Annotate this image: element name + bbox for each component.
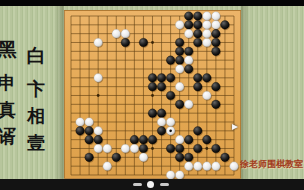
white-stone <box>203 29 212 38</box>
white-stone <box>94 127 103 136</box>
white-stone <box>157 118 166 127</box>
black-stone <box>221 21 230 30</box>
white-stone <box>212 12 221 21</box>
white-stone <box>85 118 94 127</box>
white-stone <box>166 171 175 180</box>
black-stone <box>184 65 193 74</box>
white-stone <box>103 162 112 171</box>
white-stone <box>230 162 239 171</box>
go-board <box>64 10 241 179</box>
playback-knob[interactable] <box>147 181 154 188</box>
black-stone <box>175 56 184 65</box>
black-stone <box>203 135 212 144</box>
black-stone <box>212 82 221 91</box>
black-stone <box>193 29 202 38</box>
black-stone <box>193 74 202 83</box>
white-stone <box>175 82 184 91</box>
black-stone <box>166 91 175 100</box>
white-stone <box>94 38 103 47</box>
white-label: 白 <box>26 44 46 68</box>
white-stone <box>175 135 184 144</box>
black-stone <box>184 12 193 21</box>
black-stone <box>85 135 94 144</box>
board-shadow <box>241 6 250 179</box>
white-stone <box>76 118 85 127</box>
black-stone <box>193 12 202 21</box>
black-stone <box>212 29 221 38</box>
white-stone <box>212 162 221 171</box>
white-stone <box>203 38 212 47</box>
hoshi-point <box>151 41 154 44</box>
black-stone <box>184 153 193 162</box>
black-stone <box>184 135 193 144</box>
hoshi-point <box>97 94 100 97</box>
white-stone <box>121 144 130 153</box>
black-stone <box>175 153 184 162</box>
white-stone <box>166 118 175 127</box>
white-stone <box>203 91 212 100</box>
white-stone <box>94 144 103 153</box>
white-stone <box>203 162 212 171</box>
black-player-name: 申真谞 <box>0 70 17 151</box>
black-stone <box>203 74 212 83</box>
black-stone <box>212 144 221 153</box>
black-stone <box>175 38 184 47</box>
cursor-icon <box>232 124 238 130</box>
black-player-column: 黑 申真谞 <box>0 38 17 151</box>
white-stone <box>184 56 193 65</box>
white-stone <box>193 162 202 171</box>
black-stone <box>157 127 166 136</box>
white-stone <box>175 171 184 180</box>
board-shadow <box>54 6 64 179</box>
black-stone <box>130 135 139 144</box>
black-stone <box>157 82 166 91</box>
watermark-text: 徐老师围棋教室 <box>240 158 303 171</box>
white-stone <box>121 29 130 38</box>
black-stone <box>193 21 202 30</box>
white-stone <box>94 74 103 83</box>
black-stone <box>166 74 175 83</box>
black-stone <box>139 135 148 144</box>
go-board-diagram <box>65 11 242 180</box>
black-stone <box>193 127 202 136</box>
black-stone <box>212 47 221 56</box>
white-stone <box>203 12 212 21</box>
white-stone <box>112 29 121 38</box>
white-player-column: 白 卞相壹 <box>26 44 46 157</box>
black-stone <box>175 144 184 153</box>
black-stone <box>148 74 157 83</box>
black-stone <box>157 109 166 118</box>
last-move-marker <box>169 130 172 133</box>
black-stone <box>139 38 148 47</box>
white-stone <box>103 144 112 153</box>
black-stone <box>175 100 184 109</box>
black-stone <box>175 47 184 56</box>
white-player-name: 卞相壹 <box>26 76 46 157</box>
black-stone <box>166 144 175 153</box>
black-stone <box>139 144 148 153</box>
white-stone <box>184 162 193 171</box>
white-stone <box>175 65 184 74</box>
letterbox-top <box>0 0 304 6</box>
black-stone <box>121 38 130 47</box>
white-stone <box>139 153 148 162</box>
white-stone <box>130 144 139 153</box>
hoshi-point <box>151 147 154 150</box>
black-stone <box>148 82 157 91</box>
white-stone <box>212 21 221 30</box>
black-stone <box>212 38 221 47</box>
black-stone <box>184 47 193 56</box>
black-stone <box>112 153 121 162</box>
black-stone <box>157 74 166 83</box>
black-stone <box>85 127 94 136</box>
white-stone <box>203 21 212 30</box>
hoshi-point <box>151 94 154 97</box>
black-stone <box>221 153 230 162</box>
black-stone <box>148 135 157 144</box>
black-stone <box>193 38 202 47</box>
rewind-control[interactable] <box>133 183 142 186</box>
black-stone <box>212 100 221 109</box>
black-stone <box>85 153 94 162</box>
white-stone <box>175 21 184 30</box>
black-stone <box>193 144 202 153</box>
black-stone <box>94 135 103 144</box>
black-label: 黑 <box>0 38 17 62</box>
video-control-bar[interactable] <box>0 179 304 190</box>
black-stone <box>166 56 175 65</box>
white-stone <box>184 100 193 109</box>
video-frame[interactable]: 黑 申真谞 白 卞相壹 徐老师围棋教室 <box>0 0 304 190</box>
hoshi-point <box>205 147 208 150</box>
white-stone <box>184 29 193 38</box>
forward-control[interactable] <box>160 183 169 186</box>
black-stone <box>193 82 202 91</box>
black-stone <box>148 109 157 118</box>
black-stone <box>76 127 85 136</box>
black-stone <box>184 21 193 30</box>
